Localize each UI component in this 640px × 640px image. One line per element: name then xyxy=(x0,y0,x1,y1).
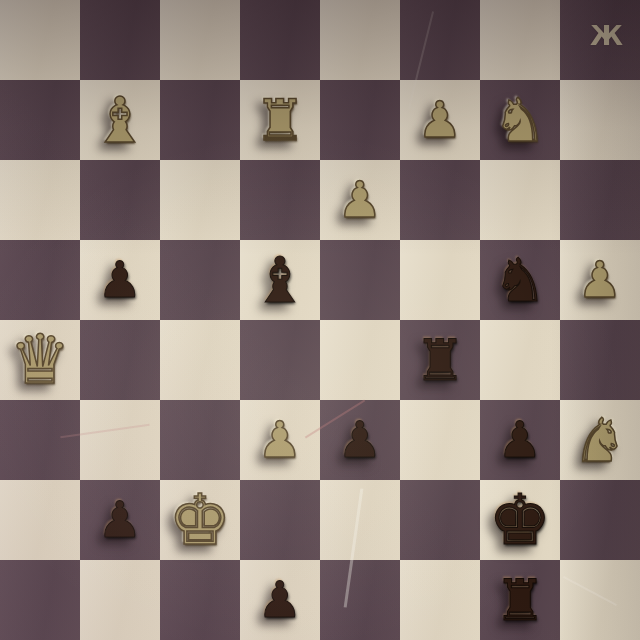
square-g4[interactable] xyxy=(480,320,560,400)
square-h5[interactable]: ♟ xyxy=(560,240,640,320)
white-queen-glyph: ♛ xyxy=(10,326,71,394)
square-g2[interactable]: ♚ xyxy=(480,480,560,560)
square-d3[interactable]: ♟ xyxy=(240,400,320,480)
square-a1[interactable] xyxy=(0,560,80,640)
square-f2[interactable] xyxy=(400,480,480,560)
square-a8[interactable] xyxy=(0,0,80,80)
square-g7[interactable]: ♞ xyxy=(480,80,560,160)
square-c5[interactable] xyxy=(160,240,240,320)
square-c4[interactable] xyxy=(160,320,240,400)
square-a2[interactable] xyxy=(0,480,80,560)
piece-black-bishop-d5[interactable]: ♝ xyxy=(240,240,320,320)
chess-board: ♝♜♟♞♟♟♝♞♟♛♜♟♟♟♞♟♚♚♟♜ xyxy=(0,0,640,640)
piece-black-pawn-b2[interactable]: ♟ xyxy=(80,480,160,560)
piece-white-king-c2[interactable]: ♚ xyxy=(160,480,240,560)
square-e5[interactable] xyxy=(320,240,400,320)
piece-white-queen-a4[interactable]: ♛ xyxy=(0,320,80,400)
square-e7[interactable] xyxy=(320,80,400,160)
square-h3[interactable]: ♞ xyxy=(560,400,640,480)
square-b7[interactable]: ♝ xyxy=(80,80,160,160)
square-d4[interactable] xyxy=(240,320,320,400)
black-pawn-glyph: ♟ xyxy=(98,255,143,305)
piece-white-pawn-f7[interactable]: ♟ xyxy=(400,80,480,160)
square-c1[interactable] xyxy=(160,560,240,640)
black-pawn-glyph: ♟ xyxy=(258,575,303,625)
square-f3[interactable] xyxy=(400,400,480,480)
square-d6[interactable] xyxy=(240,160,320,240)
square-d1[interactable]: ♟ xyxy=(240,560,320,640)
piece-black-rook-f4[interactable]: ♜ xyxy=(400,320,480,400)
white-pawn-glyph: ♟ xyxy=(418,95,463,145)
square-e6[interactable]: ♟ xyxy=(320,160,400,240)
square-f1[interactable] xyxy=(400,560,480,640)
square-g6[interactable] xyxy=(480,160,560,240)
piece-white-knight-g7[interactable]: ♞ xyxy=(480,80,560,160)
white-pawn-glyph: ♟ xyxy=(338,175,383,225)
square-b1[interactable] xyxy=(80,560,160,640)
square-g3[interactable]: ♟ xyxy=(480,400,560,480)
white-knight-glyph: ♞ xyxy=(493,90,547,150)
square-c3[interactable] xyxy=(160,400,240,480)
black-pawn-glyph: ♟ xyxy=(98,495,143,545)
square-f8[interactable] xyxy=(400,0,480,80)
square-e8[interactable] xyxy=(320,0,400,80)
square-h1[interactable] xyxy=(560,560,640,640)
square-f4[interactable]: ♜ xyxy=(400,320,480,400)
square-f6[interactable] xyxy=(400,160,480,240)
square-h8[interactable] xyxy=(560,0,640,80)
white-knight-glyph: ♞ xyxy=(573,410,627,470)
white-pawn-glyph: ♟ xyxy=(258,415,303,465)
square-c2[interactable]: ♚ xyxy=(160,480,240,560)
square-b5[interactable]: ♟ xyxy=(80,240,160,320)
black-pawn-glyph: ♟ xyxy=(498,415,543,465)
square-f7[interactable]: ♟ xyxy=(400,80,480,160)
square-a4[interactable]: ♛ xyxy=(0,320,80,400)
square-e4[interactable] xyxy=(320,320,400,400)
square-g1[interactable]: ♜ xyxy=(480,560,560,640)
black-rook-glyph: ♜ xyxy=(414,332,465,389)
black-knight-glyph: ♞ xyxy=(493,250,547,310)
square-a6[interactable] xyxy=(0,160,80,240)
chess-board-photo: ♝♜♟♞♟♟♝♞♟♛♜♟♟♟♞♟♚♚♟♜ Ж xyxy=(0,0,640,640)
square-b2[interactable]: ♟ xyxy=(80,480,160,560)
square-g8[interactable] xyxy=(480,0,560,80)
square-d8[interactable] xyxy=(240,0,320,80)
square-h6[interactable] xyxy=(560,160,640,240)
black-king-glyph: ♚ xyxy=(489,485,552,555)
square-c7[interactable] xyxy=(160,80,240,160)
piece-black-pawn-d1[interactable]: ♟ xyxy=(240,560,320,640)
piece-black-pawn-b5[interactable]: ♟ xyxy=(80,240,160,320)
black-bishop-glyph: ♝ xyxy=(252,249,308,312)
square-d2[interactable] xyxy=(240,480,320,560)
piece-white-pawn-h5[interactable]: ♟ xyxy=(560,240,640,320)
piece-white-pawn-e6[interactable]: ♟ xyxy=(320,160,400,240)
square-e2[interactable] xyxy=(320,480,400,560)
piece-black-rook-g1[interactable]: ♜ xyxy=(480,560,560,640)
square-g5[interactable]: ♞ xyxy=(480,240,560,320)
piece-white-rook-d7[interactable]: ♜ xyxy=(240,80,320,160)
square-e3[interactable]: ♟ xyxy=(320,400,400,480)
black-pawn-glyph: ♟ xyxy=(338,415,383,465)
piece-black-king-g2[interactable]: ♚ xyxy=(480,480,560,560)
piece-white-bishop-b7[interactable]: ♝ xyxy=(80,80,160,160)
square-b4[interactable] xyxy=(80,320,160,400)
square-h2[interactable] xyxy=(560,480,640,560)
white-bishop-glyph: ♝ xyxy=(92,89,148,152)
square-b3[interactable] xyxy=(80,400,160,480)
square-b6[interactable] xyxy=(80,160,160,240)
white-pawn-glyph: ♟ xyxy=(578,255,623,305)
white-king-glyph: ♚ xyxy=(169,485,232,555)
square-d5[interactable]: ♝ xyxy=(240,240,320,320)
piece-black-knight-g5[interactable]: ♞ xyxy=(480,240,560,320)
square-h4[interactable] xyxy=(560,320,640,400)
black-rook-glyph: ♜ xyxy=(494,572,545,629)
square-a3[interactable] xyxy=(0,400,80,480)
square-c6[interactable] xyxy=(160,160,240,240)
square-b8[interactable] xyxy=(80,0,160,80)
square-a5[interactable] xyxy=(0,240,80,320)
square-f5[interactable] xyxy=(400,240,480,320)
square-a7[interactable] xyxy=(0,80,80,160)
piece-black-pawn-e3[interactable]: ♟ xyxy=(320,400,400,480)
square-c8[interactable] xyxy=(160,0,240,80)
piece-white-knight-h3[interactable]: ♞ xyxy=(560,400,640,480)
white-rook-glyph: ♜ xyxy=(254,92,305,149)
square-e1[interactable] xyxy=(320,560,400,640)
square-h7[interactable] xyxy=(560,80,640,160)
square-d7[interactable]: ♜ xyxy=(240,80,320,160)
piece-black-pawn-g3[interactable]: ♟ xyxy=(480,400,560,480)
piece-white-pawn-d3[interactable]: ♟ xyxy=(240,400,320,480)
